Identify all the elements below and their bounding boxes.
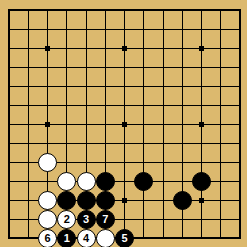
intersection	[134, 153, 153, 172]
intersection: 5	[115, 229, 134, 247]
intersection: 2	[57, 210, 76, 229]
intersection	[115, 172, 134, 191]
white-stone	[38, 210, 57, 229]
go-board: 2376145	[0, 0, 247, 247]
black-stone	[134, 172, 153, 191]
go-diagram: 2376145	[0, 0, 247, 247]
intersection	[76, 58, 95, 77]
intersection	[19, 172, 38, 191]
intersection	[76, 1, 95, 20]
intersection	[115, 115, 134, 134]
white-stone	[57, 172, 76, 191]
intersection	[76, 39, 95, 58]
intersection	[173, 229, 192, 247]
intersection	[153, 191, 172, 210]
intersection	[38, 1, 57, 20]
intersection	[19, 39, 38, 58]
intersection	[0, 153, 19, 172]
intersection	[192, 153, 211, 172]
intersection	[0, 20, 19, 39]
intersection	[57, 172, 76, 191]
intersection	[76, 153, 95, 172]
intersection	[153, 172, 172, 191]
black-stone	[57, 191, 76, 210]
white-stone	[77, 172, 96, 191]
intersection	[57, 191, 76, 210]
intersection	[230, 210, 247, 229]
black-stone	[96, 172, 115, 191]
star-point	[199, 46, 204, 51]
intersection	[38, 96, 57, 115]
intersection	[134, 1, 153, 20]
intersection	[211, 210, 230, 229]
intersection	[96, 1, 115, 20]
intersection	[211, 229, 230, 247]
intersection	[38, 191, 57, 210]
intersection	[211, 77, 230, 96]
intersection	[134, 172, 153, 191]
board-grid: 2376145	[0, 1, 247, 247]
intersection	[76, 115, 95, 134]
intersection	[57, 77, 76, 96]
intersection	[153, 39, 172, 58]
intersection	[19, 20, 38, 39]
intersection	[192, 134, 211, 153]
intersection	[153, 229, 172, 247]
intersection	[57, 153, 76, 172]
white-stone: 4	[77, 229, 96, 247]
intersection	[96, 39, 115, 58]
intersection	[211, 1, 230, 20]
intersection	[192, 58, 211, 77]
intersection	[173, 20, 192, 39]
intersection	[173, 172, 192, 191]
intersection	[19, 153, 38, 172]
intersection	[0, 229, 19, 247]
black-stone	[96, 191, 115, 210]
intersection	[230, 39, 247, 58]
star-point	[122, 122, 127, 127]
intersection	[134, 191, 153, 210]
intersection	[134, 134, 153, 153]
intersection	[38, 58, 57, 77]
intersection	[230, 191, 247, 210]
intersection	[96, 153, 115, 172]
intersection	[134, 229, 153, 247]
intersection	[173, 58, 192, 77]
intersection	[115, 1, 134, 20]
intersection	[134, 58, 153, 77]
black-stone: 3	[77, 210, 96, 229]
white-stone	[38, 153, 57, 172]
intersection	[134, 96, 153, 115]
intersection	[153, 96, 172, 115]
intersection	[192, 210, 211, 229]
intersection	[192, 20, 211, 39]
intersection	[96, 115, 115, 134]
intersection	[192, 1, 211, 20]
intersection: 7	[96, 210, 115, 229]
black-stone: 5	[115, 229, 134, 247]
intersection: 3	[76, 210, 95, 229]
intersection	[0, 58, 19, 77]
intersection	[173, 39, 192, 58]
intersection	[115, 134, 134, 153]
white-stone: 6	[38, 229, 57, 247]
intersection	[153, 134, 172, 153]
intersection	[76, 20, 95, 39]
intersection	[38, 39, 57, 58]
intersection	[230, 115, 247, 134]
intersection	[0, 134, 19, 153]
intersection	[134, 20, 153, 39]
intersection	[0, 172, 19, 191]
intersection	[76, 191, 95, 210]
intersection	[211, 58, 230, 77]
intersection	[173, 77, 192, 96]
intersection	[57, 115, 76, 134]
intersection	[38, 77, 57, 96]
black-stone	[173, 191, 192, 210]
intersection: 6	[38, 229, 57, 247]
star-point	[45, 46, 50, 51]
intersection	[230, 153, 247, 172]
intersection	[115, 77, 134, 96]
intersection	[96, 172, 115, 191]
intersection	[230, 172, 247, 191]
intersection	[153, 115, 172, 134]
intersection	[153, 210, 172, 229]
intersection	[153, 153, 172, 172]
intersection	[96, 77, 115, 96]
intersection	[57, 1, 76, 20]
intersection	[19, 210, 38, 229]
intersection	[38, 153, 57, 172]
white-stone	[96, 229, 115, 247]
intersection	[96, 20, 115, 39]
star-point	[122, 46, 127, 51]
black-stone: 7	[96, 210, 115, 229]
intersection	[57, 134, 76, 153]
star-point	[122, 198, 127, 203]
intersection	[192, 115, 211, 134]
intersection	[211, 153, 230, 172]
intersection	[115, 58, 134, 77]
intersection	[230, 134, 247, 153]
intersection	[230, 229, 247, 247]
intersection	[173, 210, 192, 229]
intersection	[230, 20, 247, 39]
intersection: 1	[57, 229, 76, 247]
intersection	[19, 1, 38, 20]
intersection	[96, 58, 115, 77]
intersection	[19, 115, 38, 134]
intersection	[153, 1, 172, 20]
intersection	[230, 96, 247, 115]
intersection	[19, 96, 38, 115]
intersection	[96, 191, 115, 210]
intersection	[173, 153, 192, 172]
intersection	[57, 58, 76, 77]
intersection	[76, 134, 95, 153]
intersection	[153, 20, 172, 39]
intersection	[19, 229, 38, 247]
intersection	[0, 77, 19, 96]
intersection	[96, 96, 115, 115]
intersection	[173, 1, 192, 20]
intersection	[173, 134, 192, 153]
intersection	[115, 210, 134, 229]
black-stone: 1	[57, 229, 76, 247]
intersection	[38, 210, 57, 229]
intersection	[192, 77, 211, 96]
black-stone	[77, 191, 96, 210]
intersection	[57, 39, 76, 58]
star-point	[199, 198, 204, 203]
star-point	[199, 122, 204, 127]
intersection	[0, 1, 19, 20]
intersection	[192, 229, 211, 247]
intersection	[96, 134, 115, 153]
intersection	[0, 210, 19, 229]
intersection	[134, 115, 153, 134]
intersection	[76, 77, 95, 96]
intersection	[173, 191, 192, 210]
intersection	[211, 115, 230, 134]
intersection	[211, 134, 230, 153]
intersection	[19, 134, 38, 153]
intersection	[19, 58, 38, 77]
intersection	[115, 191, 134, 210]
intersection	[0, 96, 19, 115]
intersection	[76, 172, 95, 191]
intersection: 4	[76, 229, 95, 247]
intersection	[192, 39, 211, 58]
intersection	[230, 1, 247, 20]
intersection	[96, 229, 115, 247]
intersection	[134, 39, 153, 58]
intersection	[211, 39, 230, 58]
intersection	[38, 115, 57, 134]
intersection	[57, 20, 76, 39]
intersection	[76, 96, 95, 115]
intersection	[134, 210, 153, 229]
intersection	[0, 191, 19, 210]
intersection	[38, 134, 57, 153]
intersection	[211, 191, 230, 210]
intersection	[115, 153, 134, 172]
intersection	[192, 172, 211, 191]
intersection	[134, 77, 153, 96]
intersection	[115, 20, 134, 39]
intersection	[211, 20, 230, 39]
intersection	[19, 77, 38, 96]
intersection	[38, 172, 57, 191]
intersection	[211, 96, 230, 115]
black-stone	[192, 172, 211, 191]
intersection	[230, 77, 247, 96]
intersection	[19, 191, 38, 210]
intersection	[0, 39, 19, 58]
intersection	[192, 191, 211, 210]
intersection	[0, 115, 19, 134]
intersection	[38, 20, 57, 39]
intersection	[115, 39, 134, 58]
intersection	[153, 58, 172, 77]
intersection	[153, 77, 172, 96]
intersection	[211, 172, 230, 191]
intersection	[173, 96, 192, 115]
white-stone: 2	[57, 210, 76, 229]
star-point	[45, 122, 50, 127]
intersection	[230, 58, 247, 77]
intersection	[115, 96, 134, 115]
white-stone	[38, 191, 57, 210]
intersection	[192, 96, 211, 115]
intersection	[173, 115, 192, 134]
intersection	[57, 96, 76, 115]
